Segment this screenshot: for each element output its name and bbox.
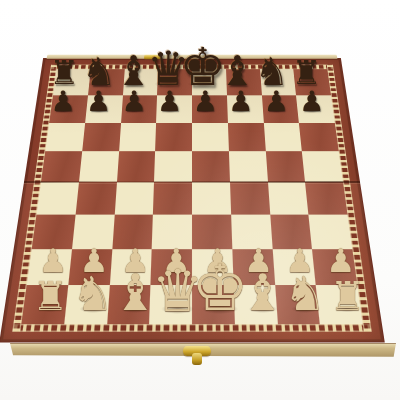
piece-dark-pawn-b7: ♟ <box>86 88 111 116</box>
piece-light-pawn-a2: ♟ <box>38 245 67 277</box>
piece-dark-pawn-e7: ♟ <box>193 88 218 116</box>
piece-dark-pawn-h7: ♟ <box>299 88 324 116</box>
product-photo: ♜♞♝♛♚♝♞♜♟♟♟♟♟♟♟♟♟♟♟♟♟♟♟♟♜♞♝♛♚♝♞♜ <box>0 0 400 400</box>
piece-light-knight-b1: ♞ <box>72 271 114 318</box>
piece-light-pawn-h2: ♟ <box>326 245 355 277</box>
piece-dark-pawn-a7: ♟ <box>51 88 76 116</box>
piece-dark-pawn-d7: ♟ <box>157 88 182 116</box>
piece-dark-pawn-c7: ♟ <box>122 88 147 116</box>
piece-dark-pawn-f7: ♟ <box>228 88 253 116</box>
piece-dark-pawn-g7: ♟ <box>264 88 289 116</box>
piece-light-knight-g1: ♞ <box>284 271 326 318</box>
piece-light-bishop-f1: ♝ <box>240 268 285 318</box>
pieces-layer: ♜♞♝♛♚♝♞♜♟♟♟♟♟♟♟♟♟♟♟♟♟♟♟♟♜♞♝♛♚♝♞♜ <box>0 0 400 400</box>
piece-light-rook-h1: ♜ <box>329 276 365 316</box>
piece-light-rook-a1: ♜ <box>32 276 68 316</box>
